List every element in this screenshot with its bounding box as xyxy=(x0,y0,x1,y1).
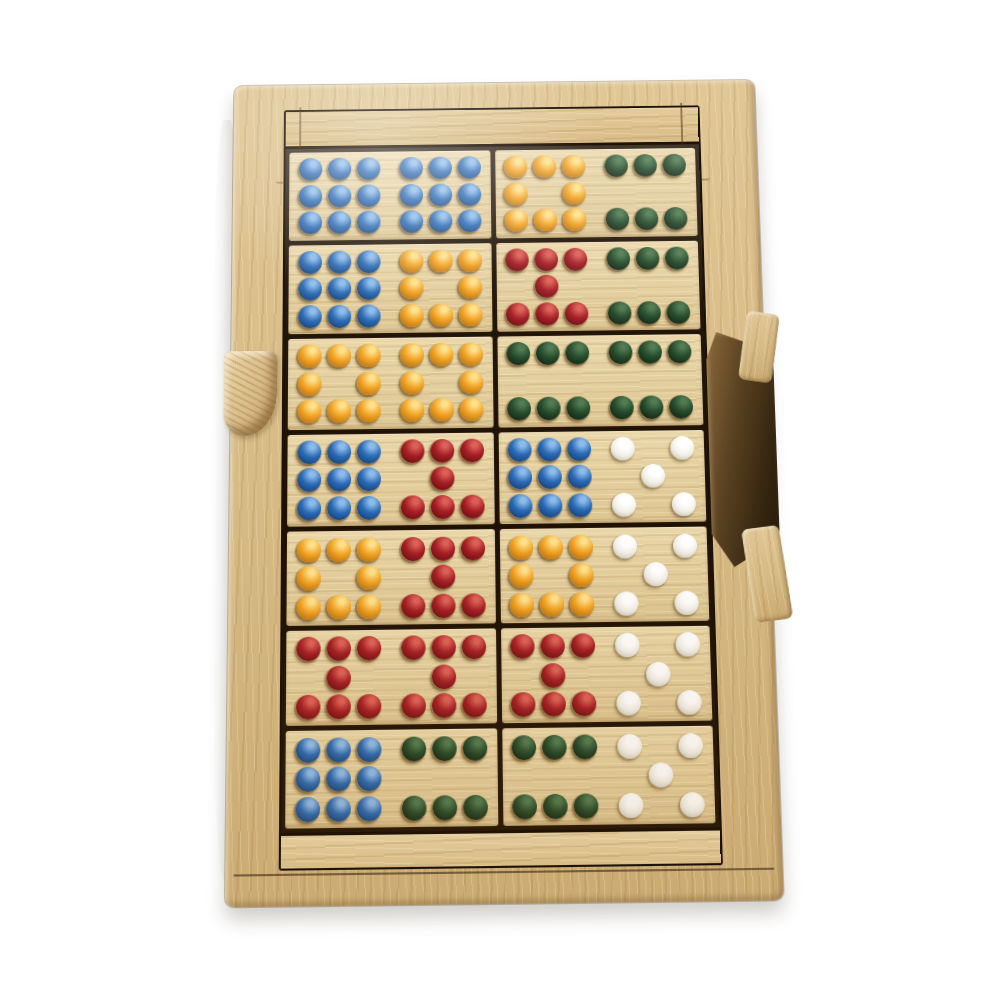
white-pip xyxy=(649,763,674,788)
pip-cell xyxy=(325,248,354,275)
red-pip xyxy=(431,635,455,660)
pip-cell xyxy=(637,434,667,462)
pip-cell xyxy=(427,437,457,465)
pip-cell xyxy=(508,661,539,690)
pip-cell xyxy=(603,206,633,233)
pip-cell xyxy=(324,592,354,621)
pip-cell xyxy=(459,661,490,690)
red-pip xyxy=(506,248,530,271)
yellow-pip xyxy=(505,209,529,232)
pip-cell xyxy=(566,532,596,561)
blue-pip xyxy=(399,184,422,207)
domino-8-8[interactable] xyxy=(288,337,493,430)
domino-half-right xyxy=(390,150,491,239)
pip-cell xyxy=(608,434,638,462)
pip-cell xyxy=(428,534,458,563)
blue-pip xyxy=(295,797,320,822)
domino-half-left xyxy=(498,431,603,524)
pip-cell xyxy=(634,299,664,327)
pip-cell xyxy=(354,692,384,722)
pip-cell xyxy=(675,730,706,760)
yellow-pip xyxy=(400,399,424,423)
pip-cell xyxy=(425,155,454,182)
red-pip xyxy=(461,635,485,660)
pip-cell xyxy=(565,463,595,491)
pip-cell xyxy=(455,208,484,235)
red-pip xyxy=(511,634,536,659)
pip-cell xyxy=(324,466,354,494)
pip-cell xyxy=(530,153,559,180)
blue-pip xyxy=(457,183,480,206)
yellow-pip xyxy=(400,344,424,367)
pip-cell xyxy=(632,205,662,232)
green-pip xyxy=(537,397,561,421)
domino-7-7[interactable] xyxy=(286,628,497,726)
pip-cell xyxy=(426,274,455,302)
pip-cell xyxy=(606,339,636,367)
red-pip xyxy=(536,302,560,325)
white-pip xyxy=(641,464,665,488)
blue-pip xyxy=(357,496,381,520)
pip-cell xyxy=(659,152,689,179)
pip-cell xyxy=(534,395,564,423)
pip-cell xyxy=(605,299,635,327)
pip-cell xyxy=(456,396,486,424)
box-cavity xyxy=(279,105,723,870)
pip-cell xyxy=(354,209,383,236)
pip-cell xyxy=(428,591,458,620)
pip-cell xyxy=(561,245,591,272)
domino-7-6[interactable] xyxy=(496,240,701,332)
pip-cell xyxy=(458,562,488,591)
domino-half-left xyxy=(501,627,608,724)
pip-cell xyxy=(455,274,485,302)
pip-cell xyxy=(354,465,384,493)
green-pip xyxy=(573,734,598,759)
red-pip xyxy=(357,636,381,661)
pip-cell xyxy=(354,634,384,663)
pip-cell xyxy=(427,465,457,493)
pip-cell xyxy=(354,275,383,303)
pip-cell xyxy=(323,692,353,722)
pip-cell xyxy=(564,394,594,422)
white-pip xyxy=(646,661,671,686)
pip-cell xyxy=(540,791,571,821)
pip-cell xyxy=(505,436,535,464)
green-pip xyxy=(669,395,693,419)
pip-cell xyxy=(570,761,601,791)
yellow-pip xyxy=(458,249,482,272)
domino-half-right xyxy=(605,626,712,723)
green-pip xyxy=(637,301,661,324)
pip-cell xyxy=(454,154,483,181)
pip-cell xyxy=(503,300,533,328)
white-pip xyxy=(678,733,703,758)
pip-cell xyxy=(569,689,600,719)
pip-cell xyxy=(324,634,354,663)
pip-cell xyxy=(539,732,570,762)
pip-cell xyxy=(398,763,429,793)
green-pip xyxy=(567,397,591,421)
pip-cell xyxy=(532,246,562,273)
pip-cell xyxy=(324,342,353,370)
green-pip xyxy=(610,396,634,420)
pip-cell xyxy=(398,563,428,592)
blue-pip xyxy=(429,210,452,233)
yellow-pip xyxy=(298,400,322,424)
white-pip xyxy=(612,493,636,517)
blue-pip xyxy=(357,277,380,300)
pip-cell xyxy=(354,793,385,823)
pip-cell xyxy=(505,464,535,492)
blue-pip xyxy=(328,277,352,300)
red-pip xyxy=(327,636,351,661)
pip-cell xyxy=(537,590,568,619)
pip-cell xyxy=(669,490,700,519)
pip-cell xyxy=(398,691,428,721)
pip-cell xyxy=(636,394,666,422)
pip-cell xyxy=(665,338,695,366)
pip-cell xyxy=(426,208,455,235)
blue-pip xyxy=(428,157,451,180)
pip-cell xyxy=(509,762,540,792)
domino-6-5[interactable] xyxy=(502,726,716,826)
pip-cell xyxy=(323,663,353,692)
pip-cell xyxy=(324,535,354,564)
pip-cell xyxy=(354,535,384,564)
blue-pip xyxy=(297,497,321,521)
domino-box xyxy=(225,80,784,907)
blue-pip xyxy=(327,496,351,520)
yellow-pip xyxy=(509,535,533,559)
green-pip xyxy=(667,340,691,363)
yellow-pip xyxy=(458,276,482,299)
domino-half-left xyxy=(286,531,390,626)
pip-cell xyxy=(609,490,639,519)
blue-pip xyxy=(458,210,482,233)
pip-cell xyxy=(398,591,428,620)
pip-cell xyxy=(354,663,384,692)
pip-cell xyxy=(563,339,593,367)
pip-cell xyxy=(296,249,325,276)
pip-cell xyxy=(616,790,647,820)
pip-cell xyxy=(293,663,323,692)
blue-pip xyxy=(538,438,562,462)
green-pip xyxy=(605,155,629,178)
pip-cell xyxy=(611,560,642,589)
green-pip xyxy=(507,342,531,365)
pip-cell xyxy=(398,662,428,691)
pip-cell xyxy=(292,794,323,824)
green-pip xyxy=(432,795,457,820)
red-pip xyxy=(564,248,588,271)
pip-cell xyxy=(427,493,457,522)
pip-cell xyxy=(459,733,490,763)
pip-cell xyxy=(508,690,539,720)
domino-6-6[interactable] xyxy=(497,334,703,427)
domino-7-5[interactable] xyxy=(501,626,713,724)
pip-cell xyxy=(293,735,324,765)
yellow-pip xyxy=(540,592,565,616)
green-pip xyxy=(609,341,633,364)
yellow-pip xyxy=(357,344,381,367)
pip-cell xyxy=(660,178,690,205)
yellow-pip xyxy=(459,370,483,394)
pip-cell xyxy=(507,590,537,619)
pip-cell xyxy=(460,792,491,822)
domino-8-5[interactable] xyxy=(499,527,709,623)
box-frame xyxy=(225,80,784,907)
domino-8-7[interactable] xyxy=(286,529,495,625)
yellow-pip xyxy=(510,592,534,616)
pip-cell xyxy=(643,659,674,688)
pip-cell xyxy=(612,631,643,660)
red-pip xyxy=(460,495,484,519)
pip-cell xyxy=(397,181,426,208)
blue-pip xyxy=(298,305,322,328)
pip-cell xyxy=(607,394,637,422)
blue-pip xyxy=(296,767,321,792)
pip-cell xyxy=(645,731,676,761)
domino-9-6[interactable] xyxy=(285,729,498,829)
red-pip xyxy=(506,302,530,325)
domino-half-right xyxy=(390,432,494,525)
pip-cell xyxy=(571,791,602,821)
blue-pip xyxy=(568,465,592,489)
blue-pip xyxy=(357,737,381,762)
pip-cell xyxy=(295,276,324,304)
pip-cell xyxy=(604,272,634,300)
blue-pip xyxy=(328,250,351,273)
pip-cell xyxy=(295,343,325,371)
pip-cell xyxy=(610,532,641,561)
green-pip xyxy=(462,735,487,760)
yellow-pip xyxy=(357,565,381,589)
blue-pip xyxy=(326,796,351,821)
pip-cell xyxy=(644,688,675,718)
pip-cell xyxy=(324,370,354,398)
pip-cell xyxy=(673,659,704,688)
green-pip xyxy=(639,396,663,420)
yellow-pip xyxy=(357,594,381,618)
domino-9-9[interactable] xyxy=(289,150,491,240)
yellow-pip xyxy=(539,535,563,559)
pip-cell xyxy=(510,791,541,821)
pip-cell xyxy=(459,690,490,720)
pip-cell xyxy=(293,765,324,795)
pip-cell xyxy=(507,561,537,590)
domino-half-left xyxy=(496,242,599,332)
pip-cell xyxy=(674,688,705,718)
domino-half-right xyxy=(391,729,498,827)
red-pip xyxy=(326,665,350,690)
pip-cell xyxy=(540,761,571,791)
red-pip xyxy=(401,594,425,618)
pip-cell xyxy=(532,273,562,301)
pip-cell xyxy=(501,154,530,181)
domino-half-right xyxy=(391,529,496,624)
pip-cell xyxy=(671,559,702,588)
pip-cell xyxy=(324,438,354,466)
pip-cell xyxy=(535,463,565,491)
yellow-pip xyxy=(400,371,424,395)
pip-cell xyxy=(354,734,384,764)
blue-pip xyxy=(328,184,351,207)
pip-cell xyxy=(325,182,354,209)
domino-half-right xyxy=(390,243,492,333)
domino-9-8[interactable] xyxy=(288,243,492,335)
pip-cell xyxy=(426,341,456,369)
red-pip xyxy=(401,495,425,519)
domino-9-5[interactable] xyxy=(498,430,706,525)
red-pip xyxy=(430,495,454,519)
white-pip xyxy=(611,437,635,461)
red-pip xyxy=(432,693,457,718)
pip-cell xyxy=(503,246,533,273)
blue-pip xyxy=(399,157,422,180)
pip-cell xyxy=(397,302,426,330)
pip-cell xyxy=(502,180,531,207)
pip-cell xyxy=(505,395,535,423)
pip-cell xyxy=(425,181,454,208)
pip-cell xyxy=(631,152,661,179)
red-pip xyxy=(541,663,566,688)
pip-cell xyxy=(426,247,455,274)
pip-cell xyxy=(454,181,483,208)
red-pip xyxy=(296,695,320,720)
green-pip xyxy=(636,247,660,270)
yellow-pip xyxy=(504,156,528,179)
top-end-plank xyxy=(286,107,699,149)
green-pip xyxy=(664,207,688,230)
green-pip xyxy=(635,208,659,231)
pip-cell xyxy=(502,207,531,234)
pip-cell xyxy=(354,369,384,397)
pip-cell xyxy=(455,301,485,329)
green-pip xyxy=(638,341,662,364)
yellow-pip xyxy=(459,398,483,422)
pip-cell xyxy=(570,732,601,762)
pip-cell xyxy=(455,247,484,274)
white-pip xyxy=(674,590,699,614)
pip-cell xyxy=(457,436,487,464)
pip-cell xyxy=(509,732,540,762)
pip-cell xyxy=(561,272,591,300)
blue-pip xyxy=(457,156,480,179)
pip-cell xyxy=(613,659,644,688)
pip-cell xyxy=(398,534,428,563)
blue-pip xyxy=(357,184,380,207)
domino-half-right xyxy=(607,726,715,824)
red-pip xyxy=(357,694,381,719)
pip-cell xyxy=(642,630,673,659)
green-pip xyxy=(566,342,590,365)
blue-pip xyxy=(297,468,321,492)
blue-pip xyxy=(297,440,321,464)
domino-half-left xyxy=(495,149,597,238)
pip-cell xyxy=(324,494,354,523)
pip-cell xyxy=(636,366,666,394)
white-pip xyxy=(616,691,641,716)
pip-cell xyxy=(294,564,324,593)
pip-cell xyxy=(323,764,354,794)
blue-pip xyxy=(357,468,381,492)
white-pip xyxy=(670,436,694,460)
pip-cell xyxy=(614,731,645,761)
white-pip xyxy=(613,534,638,558)
domino-half-left xyxy=(289,152,390,241)
red-pip xyxy=(461,593,485,617)
pip-cell xyxy=(564,435,594,463)
pip-cell xyxy=(354,397,384,425)
yellow-pip xyxy=(357,372,381,396)
red-pip xyxy=(430,439,454,463)
green-pip xyxy=(574,793,599,818)
green-pip xyxy=(543,793,568,818)
pip-cell xyxy=(354,302,383,330)
pip-cell xyxy=(397,437,427,465)
yellow-pip xyxy=(297,538,321,562)
pip-cell xyxy=(354,342,383,370)
pip-cell xyxy=(293,634,323,663)
green-pip xyxy=(401,736,426,761)
white-pip xyxy=(672,492,697,516)
pip-cell xyxy=(504,368,534,396)
pip-cell xyxy=(608,462,638,490)
pip-cell xyxy=(295,398,325,426)
red-pip xyxy=(460,536,484,560)
blue-pip xyxy=(327,440,351,464)
pip-cell xyxy=(503,273,533,301)
pip-cell xyxy=(354,592,384,621)
blue-pip xyxy=(298,251,322,274)
yellow-pip xyxy=(505,182,529,205)
white-pip xyxy=(644,562,669,586)
green-pip xyxy=(666,301,690,324)
green-pip xyxy=(607,247,631,270)
pip-cell xyxy=(354,182,383,209)
pip-cell xyxy=(397,247,426,274)
blue-pip xyxy=(298,278,322,301)
blue-pip xyxy=(357,440,381,464)
red-pip xyxy=(460,438,484,462)
pip-cell xyxy=(677,789,708,819)
blue-pip xyxy=(509,494,533,518)
pip-cell xyxy=(397,208,426,235)
pip-cell xyxy=(602,152,632,179)
green-pip xyxy=(512,735,537,760)
domino-8-6[interactable] xyxy=(495,148,698,238)
pip-cell xyxy=(539,689,570,719)
yellow-pip xyxy=(570,591,595,615)
yellow-pip xyxy=(569,534,593,558)
blue-pip xyxy=(428,183,451,206)
pip-cell xyxy=(427,368,457,396)
blue-pip xyxy=(299,185,322,208)
pip-cell xyxy=(325,275,354,303)
pip-cell xyxy=(635,339,665,367)
pip-cell xyxy=(560,180,589,207)
yellow-pip xyxy=(327,537,351,561)
pip-cell xyxy=(458,632,488,661)
pip-cell xyxy=(606,366,636,394)
pip-cell xyxy=(293,692,323,722)
green-pip xyxy=(662,154,686,177)
yellow-pip xyxy=(430,398,454,422)
green-pip xyxy=(463,794,488,819)
blue-pip xyxy=(539,494,563,518)
domino-9-7[interactable] xyxy=(287,432,494,527)
